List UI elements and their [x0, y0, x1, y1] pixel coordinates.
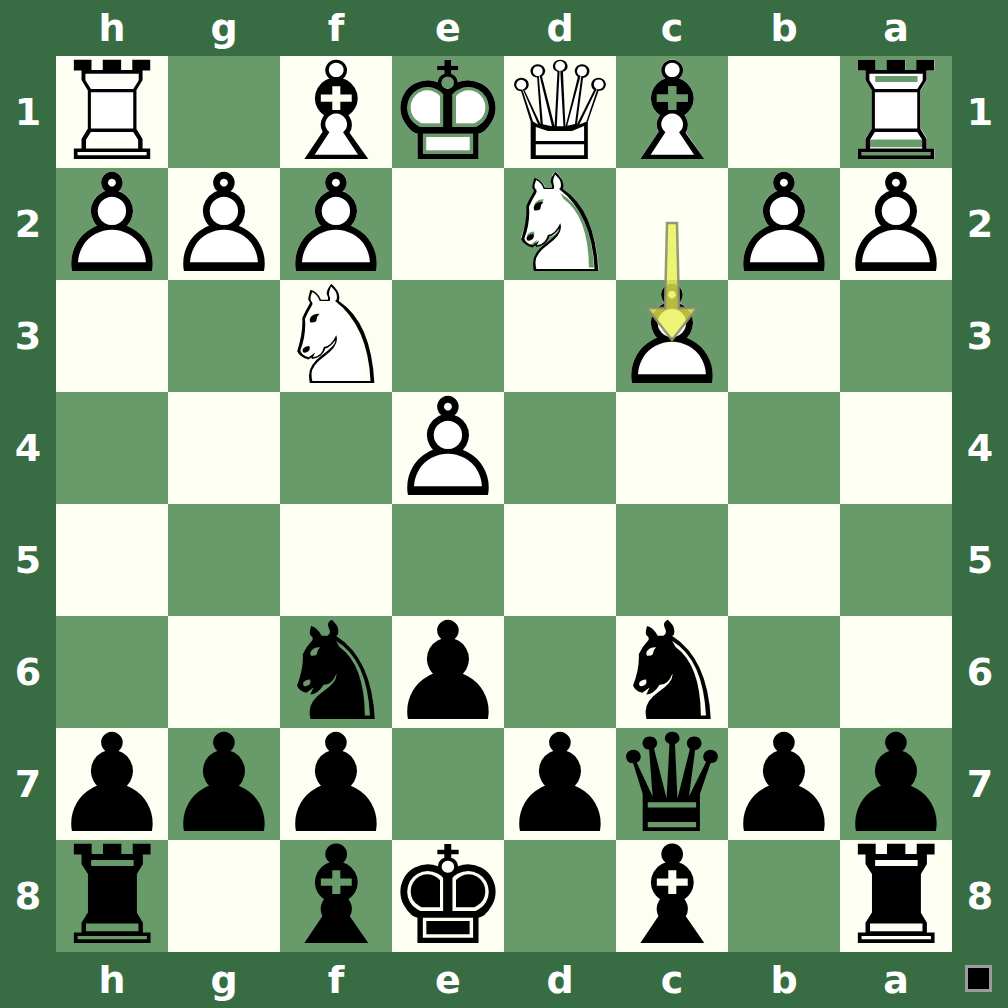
rank-label-6: 6: [0, 616, 56, 728]
rank-labels-right: 12345678: [952, 56, 1008, 952]
square-d2[interactable]: ♞♘: [504, 168, 616, 280]
black-piece-glyph: ♜: [835, 828, 957, 964]
file-label-c: c: [616, 952, 728, 1008]
white-piece-outline: ♘: [499, 156, 621, 292]
file-label-g: g: [168, 0, 280, 56]
file-label-d: d: [504, 952, 616, 1008]
white-piece-outline: ♗: [611, 44, 733, 180]
rank-label-6: 6: [952, 616, 1008, 728]
square-b8[interactable]: [728, 840, 840, 952]
rank-label-8: 8: [0, 840, 56, 952]
square-d7[interactable]: ♟: [504, 728, 616, 840]
white-bishop-c1[interactable]: ♝♗: [616, 56, 728, 168]
rank-label-7: 7: [0, 728, 56, 840]
square-h2[interactable]: ♟♙: [56, 168, 168, 280]
black-piece-glyph: ♟: [163, 716, 285, 852]
rank-label-5: 5: [0, 504, 56, 616]
black-pawn-g7[interactable]: ♟: [168, 728, 280, 840]
square-g7[interactable]: ♟: [168, 728, 280, 840]
square-h3[interactable]: [56, 280, 168, 392]
square-b4[interactable]: [728, 392, 840, 504]
file-label-b: b: [728, 0, 840, 56]
square-c3[interactable]: ♟♙: [616, 280, 728, 392]
square-h4[interactable]: [56, 392, 168, 504]
square-a3[interactable]: [840, 280, 952, 392]
black-bishop-f8[interactable]: ♝: [280, 840, 392, 952]
black-pawn-e6[interactable]: ♟: [392, 616, 504, 728]
chessboard[interactable]: ♜♖♝♗♚♔♛♕♝♗♜♖♟♙♟♙♟♙♞♘♟♙♟♙♞♘♟♙♟♙♞♟♞♟♟♟♟♛♟♟…: [56, 56, 952, 952]
square-e2[interactable]: [392, 168, 504, 280]
white-pawn-a2[interactable]: ♟♙: [840, 168, 952, 280]
square-h8[interactable]: ♜: [56, 840, 168, 952]
black-piece-glyph: ♝: [611, 828, 733, 964]
square-d8[interactable]: [504, 840, 616, 952]
square-b2[interactable]: ♟♙: [728, 168, 840, 280]
square-e1[interactable]: ♚♔: [392, 56, 504, 168]
white-pawn-h2[interactable]: ♟♙: [56, 168, 168, 280]
file-label-b: b: [728, 952, 840, 1008]
chess-diagram: hgfedcba 12345678 ♜♖♝♗♚♔♛♕♝♗♜♖♟♙♟♙♟♙♞♘♟♙…: [0, 0, 1008, 1008]
white-piece-outline: ♙: [611, 268, 733, 404]
file-label-e: e: [392, 952, 504, 1008]
black-piece-glyph: ♝: [275, 828, 397, 964]
white-pawn-g2[interactable]: ♟♙: [168, 168, 280, 280]
file-label-a: a: [840, 952, 952, 1008]
white-pawn-e4[interactable]: ♟♙: [392, 392, 504, 504]
file-label-h: h: [56, 952, 168, 1008]
square-f3[interactable]: ♞♘: [280, 280, 392, 392]
square-d5[interactable]: [504, 504, 616, 616]
square-d3[interactable]: [504, 280, 616, 392]
rank-labels-left: 12345678: [0, 56, 56, 952]
square-h5[interactable]: [56, 504, 168, 616]
file-label-g: g: [168, 952, 280, 1008]
black-pawn-b7[interactable]: ♟: [728, 728, 840, 840]
black-piece-glyph: ♟: [723, 716, 845, 852]
black-rook-h8[interactable]: ♜: [56, 840, 168, 952]
black-piece-glyph: ♜: [51, 828, 173, 964]
square-c1[interactable]: ♝♗: [616, 56, 728, 168]
white-piece-outline: ♙: [163, 156, 285, 292]
black-bishop-c8[interactable]: ♝: [616, 840, 728, 952]
white-piece-outline: ♔: [387, 44, 509, 180]
white-king-e1[interactable]: ♚♔: [392, 56, 504, 168]
square-g4[interactable]: [168, 392, 280, 504]
square-g5[interactable]: [168, 504, 280, 616]
black-rook-a8[interactable]: ♜: [840, 840, 952, 952]
square-a8[interactable]: ♜: [840, 840, 952, 952]
square-c4[interactable]: [616, 392, 728, 504]
rank-label-1: 1: [0, 56, 56, 168]
black-king-e8[interactable]: ♚: [392, 840, 504, 952]
square-g8[interactable]: [168, 840, 280, 952]
black-piece-glyph: ♟: [387, 604, 509, 740]
white-knight-d2[interactable]: ♞♘: [504, 168, 616, 280]
square-e4[interactable]: ♟♙: [392, 392, 504, 504]
square-c8[interactable]: ♝: [616, 840, 728, 952]
side-to-move-indicator: [965, 965, 992, 992]
rank-label-4: 4: [952, 392, 1008, 504]
square-f8[interactable]: ♝: [280, 840, 392, 952]
black-piece-glyph: ♟: [499, 716, 621, 852]
white-knight-f3[interactable]: ♞♘: [280, 280, 392, 392]
square-g2[interactable]: ♟♙: [168, 168, 280, 280]
square-b7[interactable]: ♟: [728, 728, 840, 840]
white-pawn-b2[interactable]: ♟♙: [728, 168, 840, 280]
square-e6[interactable]: ♟: [392, 616, 504, 728]
file-labels-bottom: hgfedcba: [56, 952, 952, 1008]
white-piece-outline: ♙: [723, 156, 845, 292]
rank-label-7: 7: [952, 728, 1008, 840]
rank-label-8: 8: [952, 840, 1008, 952]
white-piece-outline: ♘: [275, 268, 397, 404]
white-pawn-c3[interactable]: ♟♙: [616, 280, 728, 392]
white-piece-outline: ♙: [387, 380, 509, 516]
black-pawn-d7[interactable]: ♟: [504, 728, 616, 840]
rank-label-5: 5: [952, 504, 1008, 616]
white-piece-outline: ♙: [51, 156, 173, 292]
file-label-f: f: [280, 952, 392, 1008]
square-e8[interactable]: ♚: [392, 840, 504, 952]
rank-label-3: 3: [952, 280, 1008, 392]
square-a5[interactable]: [840, 504, 952, 616]
square-a4[interactable]: [840, 392, 952, 504]
square-b5[interactable]: [728, 504, 840, 616]
rank-label-4: 4: [0, 392, 56, 504]
rank-label-2: 2: [952, 168, 1008, 280]
rank-label-1: 1: [952, 56, 1008, 168]
rank-label-3: 3: [0, 280, 56, 392]
square-b3[interactable]: [728, 280, 840, 392]
square-f4[interactable]: [280, 392, 392, 504]
white-piece-outline: ♙: [835, 156, 957, 292]
black-piece-glyph: ♚: [387, 828, 509, 964]
rank-label-2: 2: [0, 168, 56, 280]
square-d4[interactable]: [504, 392, 616, 504]
square-a2[interactable]: ♟♙: [840, 168, 952, 280]
square-g3[interactable]: [168, 280, 280, 392]
